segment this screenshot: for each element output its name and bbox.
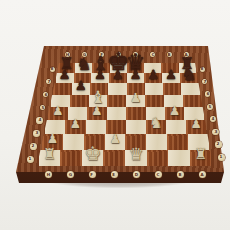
white-pawn-e2[interactable]: ♟ — [109, 131, 120, 146]
white-rook-a1[interactable]: ♜ — [194, 146, 207, 162]
white-king-f1[interactable]: ♚ — [84, 142, 101, 164]
black-pawn-f7[interactable]: ♟ — [94, 67, 106, 82]
chess-set-photo: HH11GG22FF33EE44DD55CC66BB77AA88 ♜♛♚♝♞♜♞… — [0, 0, 230, 230]
black-knight-g8[interactable]: ♞ — [76, 53, 91, 73]
white-pawn-g3[interactable]: ♟ — [70, 116, 81, 131]
black-knight-a7[interactable]: ♞ — [181, 64, 196, 84]
white-pawn-h4[interactable]: ♟ — [52, 103, 63, 118]
white-pawn-d5[interactable]: ♟ — [130, 90, 141, 105]
black-pawn-c7[interactable]: ♟ — [147, 67, 159, 82]
white-pawn-f4[interactable]: ♟ — [91, 103, 102, 118]
black-pawn-g6[interactable]: ♟ — [75, 78, 87, 93]
white-queen-d1[interactable]: ♛ — [128, 143, 143, 163]
black-pawn-e7[interactable]: ♟ — [112, 67, 124, 82]
white-pawn-h2[interactable]: ♟ — [47, 131, 58, 146]
black-pawn-h7[interactable]: ♟ — [59, 67, 71, 82]
pieces-layer: ♜♛♚♝♞♜♞♟♟♟♟♟♟♟♟♝♟♟♟♟♞♟♟♟♜♛♚♜ — [0, 0, 230, 230]
white-rook-h1[interactable]: ♜ — [43, 146, 56, 162]
white-pawn-b4[interactable]: ♟ — [169, 103, 180, 118]
white-pawn-a3[interactable]: ♟ — [191, 116, 202, 131]
white-knight-c3[interactable]: ♞ — [149, 114, 162, 132]
black-pawn-b7[interactable]: ♟ — [165, 67, 177, 82]
black-pawn-d7[interactable]: ♟ — [130, 67, 142, 82]
